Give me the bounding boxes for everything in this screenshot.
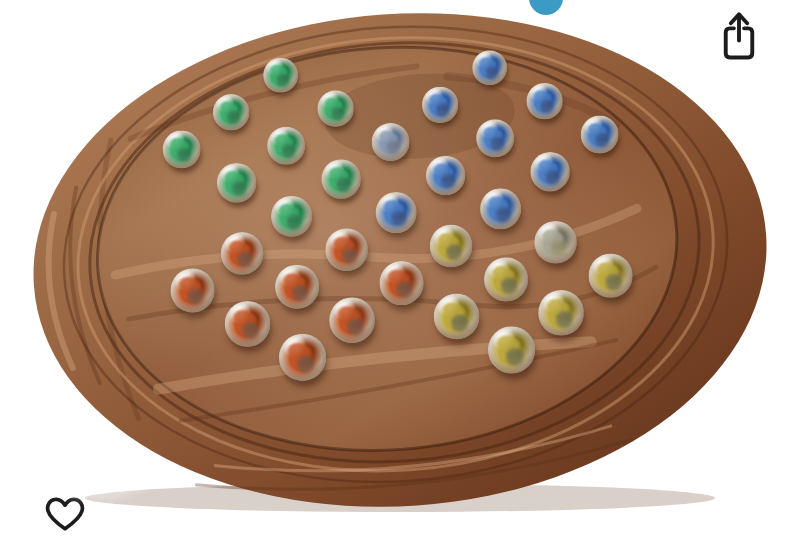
marble-yellow [430, 224, 473, 267]
marble-orange [221, 232, 264, 275]
marble-blue [581, 115, 619, 153]
marble-green [217, 163, 256, 202]
product-image [0, 0, 800, 553]
marble-blue [530, 151, 569, 190]
marble-blue [476, 119, 514, 157]
marble-blue [480, 188, 521, 229]
marble-orange [329, 297, 375, 343]
marble-blue [472, 50, 507, 85]
marble-green [267, 126, 305, 164]
marble-blue [426, 155, 465, 194]
marble-orange [325, 228, 368, 271]
light-flare [0, 424, 190, 520]
marble-green [213, 94, 249, 130]
marble-yellow [538, 289, 584, 335]
marble-gray-blue [372, 123, 410, 161]
marble-gray [534, 220, 577, 263]
marble-yellow [434, 293, 480, 339]
marble-green [263, 57, 298, 92]
marble-orange [379, 260, 423, 304]
marble-orange [279, 333, 326, 380]
marble-green [317, 90, 353, 126]
marble-yellow [588, 253, 632, 297]
marble-orange [275, 264, 319, 308]
marble-blue [422, 86, 458, 122]
marble-green [163, 130, 201, 168]
marble-green [271, 195, 312, 236]
marble-yellow [488, 326, 535, 373]
marble-blue [376, 191, 417, 232]
marble-green [321, 159, 360, 198]
marble-orange [170, 268, 214, 312]
marble-yellow [484, 257, 528, 301]
marble-orange [225, 301, 271, 347]
marble-blue [526, 82, 562, 118]
